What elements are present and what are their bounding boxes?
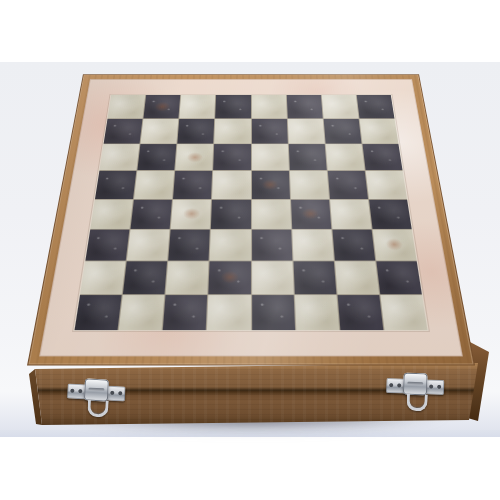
- board-square: [75, 295, 122, 330]
- board-square: [85, 229, 129, 260]
- board-square: [210, 229, 250, 260]
- board-square: [215, 119, 251, 144]
- board-square: [104, 119, 143, 144]
- marble-border: [39, 79, 463, 356]
- latch-right: [385, 370, 444, 414]
- board-square: [294, 295, 339, 330]
- board-square: [330, 199, 372, 228]
- board-square: [380, 295, 427, 330]
- board-square: [213, 144, 250, 170]
- board-square: [119, 295, 165, 330]
- board-square: [180, 95, 216, 118]
- chess-board-grid: [75, 95, 428, 330]
- board-square: [293, 261, 336, 294]
- board-square: [251, 144, 288, 170]
- chess-box-top: [27, 74, 475, 365]
- board-square: [99, 144, 139, 170]
- latch-hook: [87, 400, 109, 418]
- board-square: [251, 171, 289, 199]
- board-square: [322, 95, 359, 118]
- board-square: [252, 295, 295, 330]
- board-square: [376, 261, 422, 294]
- latch-hook: [406, 394, 428, 412]
- board-square: [134, 171, 174, 199]
- board-square: [144, 95, 181, 118]
- board-square: [287, 95, 323, 118]
- board-square: [137, 144, 176, 170]
- board-square: [251, 119, 287, 144]
- board-square: [211, 199, 250, 228]
- board-square: [369, 199, 412, 228]
- board-square: [80, 261, 126, 294]
- board-square: [328, 171, 368, 199]
- board-square: [131, 199, 173, 228]
- board-square: [325, 144, 364, 170]
- wood-frame: [27, 74, 475, 365]
- board-square: [168, 229, 210, 260]
- board-square: [141, 119, 179, 144]
- board-square: [127, 229, 170, 260]
- board-square: [335, 261, 379, 294]
- board-square: [323, 119, 361, 144]
- board-square: [171, 199, 211, 228]
- board-square: [357, 95, 395, 118]
- board-square: [251, 95, 286, 118]
- board-square: [209, 261, 251, 294]
- board-square: [252, 199, 291, 228]
- board-square: [207, 295, 250, 330]
- board-square: [123, 261, 167, 294]
- board-square: [290, 171, 329, 199]
- board-square: [212, 171, 250, 199]
- latch-clasp: [403, 373, 428, 396]
- latch-left: [66, 376, 126, 421]
- board-square: [173, 171, 212, 199]
- board-square: [332, 229, 375, 260]
- board-square: [288, 144, 326, 170]
- board-square: [291, 199, 331, 228]
- board-square: [95, 171, 136, 199]
- board-square: [366, 171, 407, 199]
- board-square: [108, 95, 146, 118]
- board-square: [337, 295, 383, 330]
- board-square: [215, 95, 250, 118]
- board-square: [163, 295, 208, 330]
- board-square: [292, 229, 334, 260]
- board-square: [252, 261, 294, 294]
- board-square: [359, 119, 398, 144]
- board-square: [175, 144, 213, 170]
- latch-clasp: [84, 378, 109, 401]
- board-square: [90, 199, 133, 228]
- board-square: [372, 229, 416, 260]
- board-square: [178, 119, 215, 144]
- board-square: [252, 229, 292, 260]
- product-photo: [0, 0, 500, 500]
- board-square: [362, 144, 402, 170]
- board-square: [166, 261, 209, 294]
- board-square: [287, 119, 324, 144]
